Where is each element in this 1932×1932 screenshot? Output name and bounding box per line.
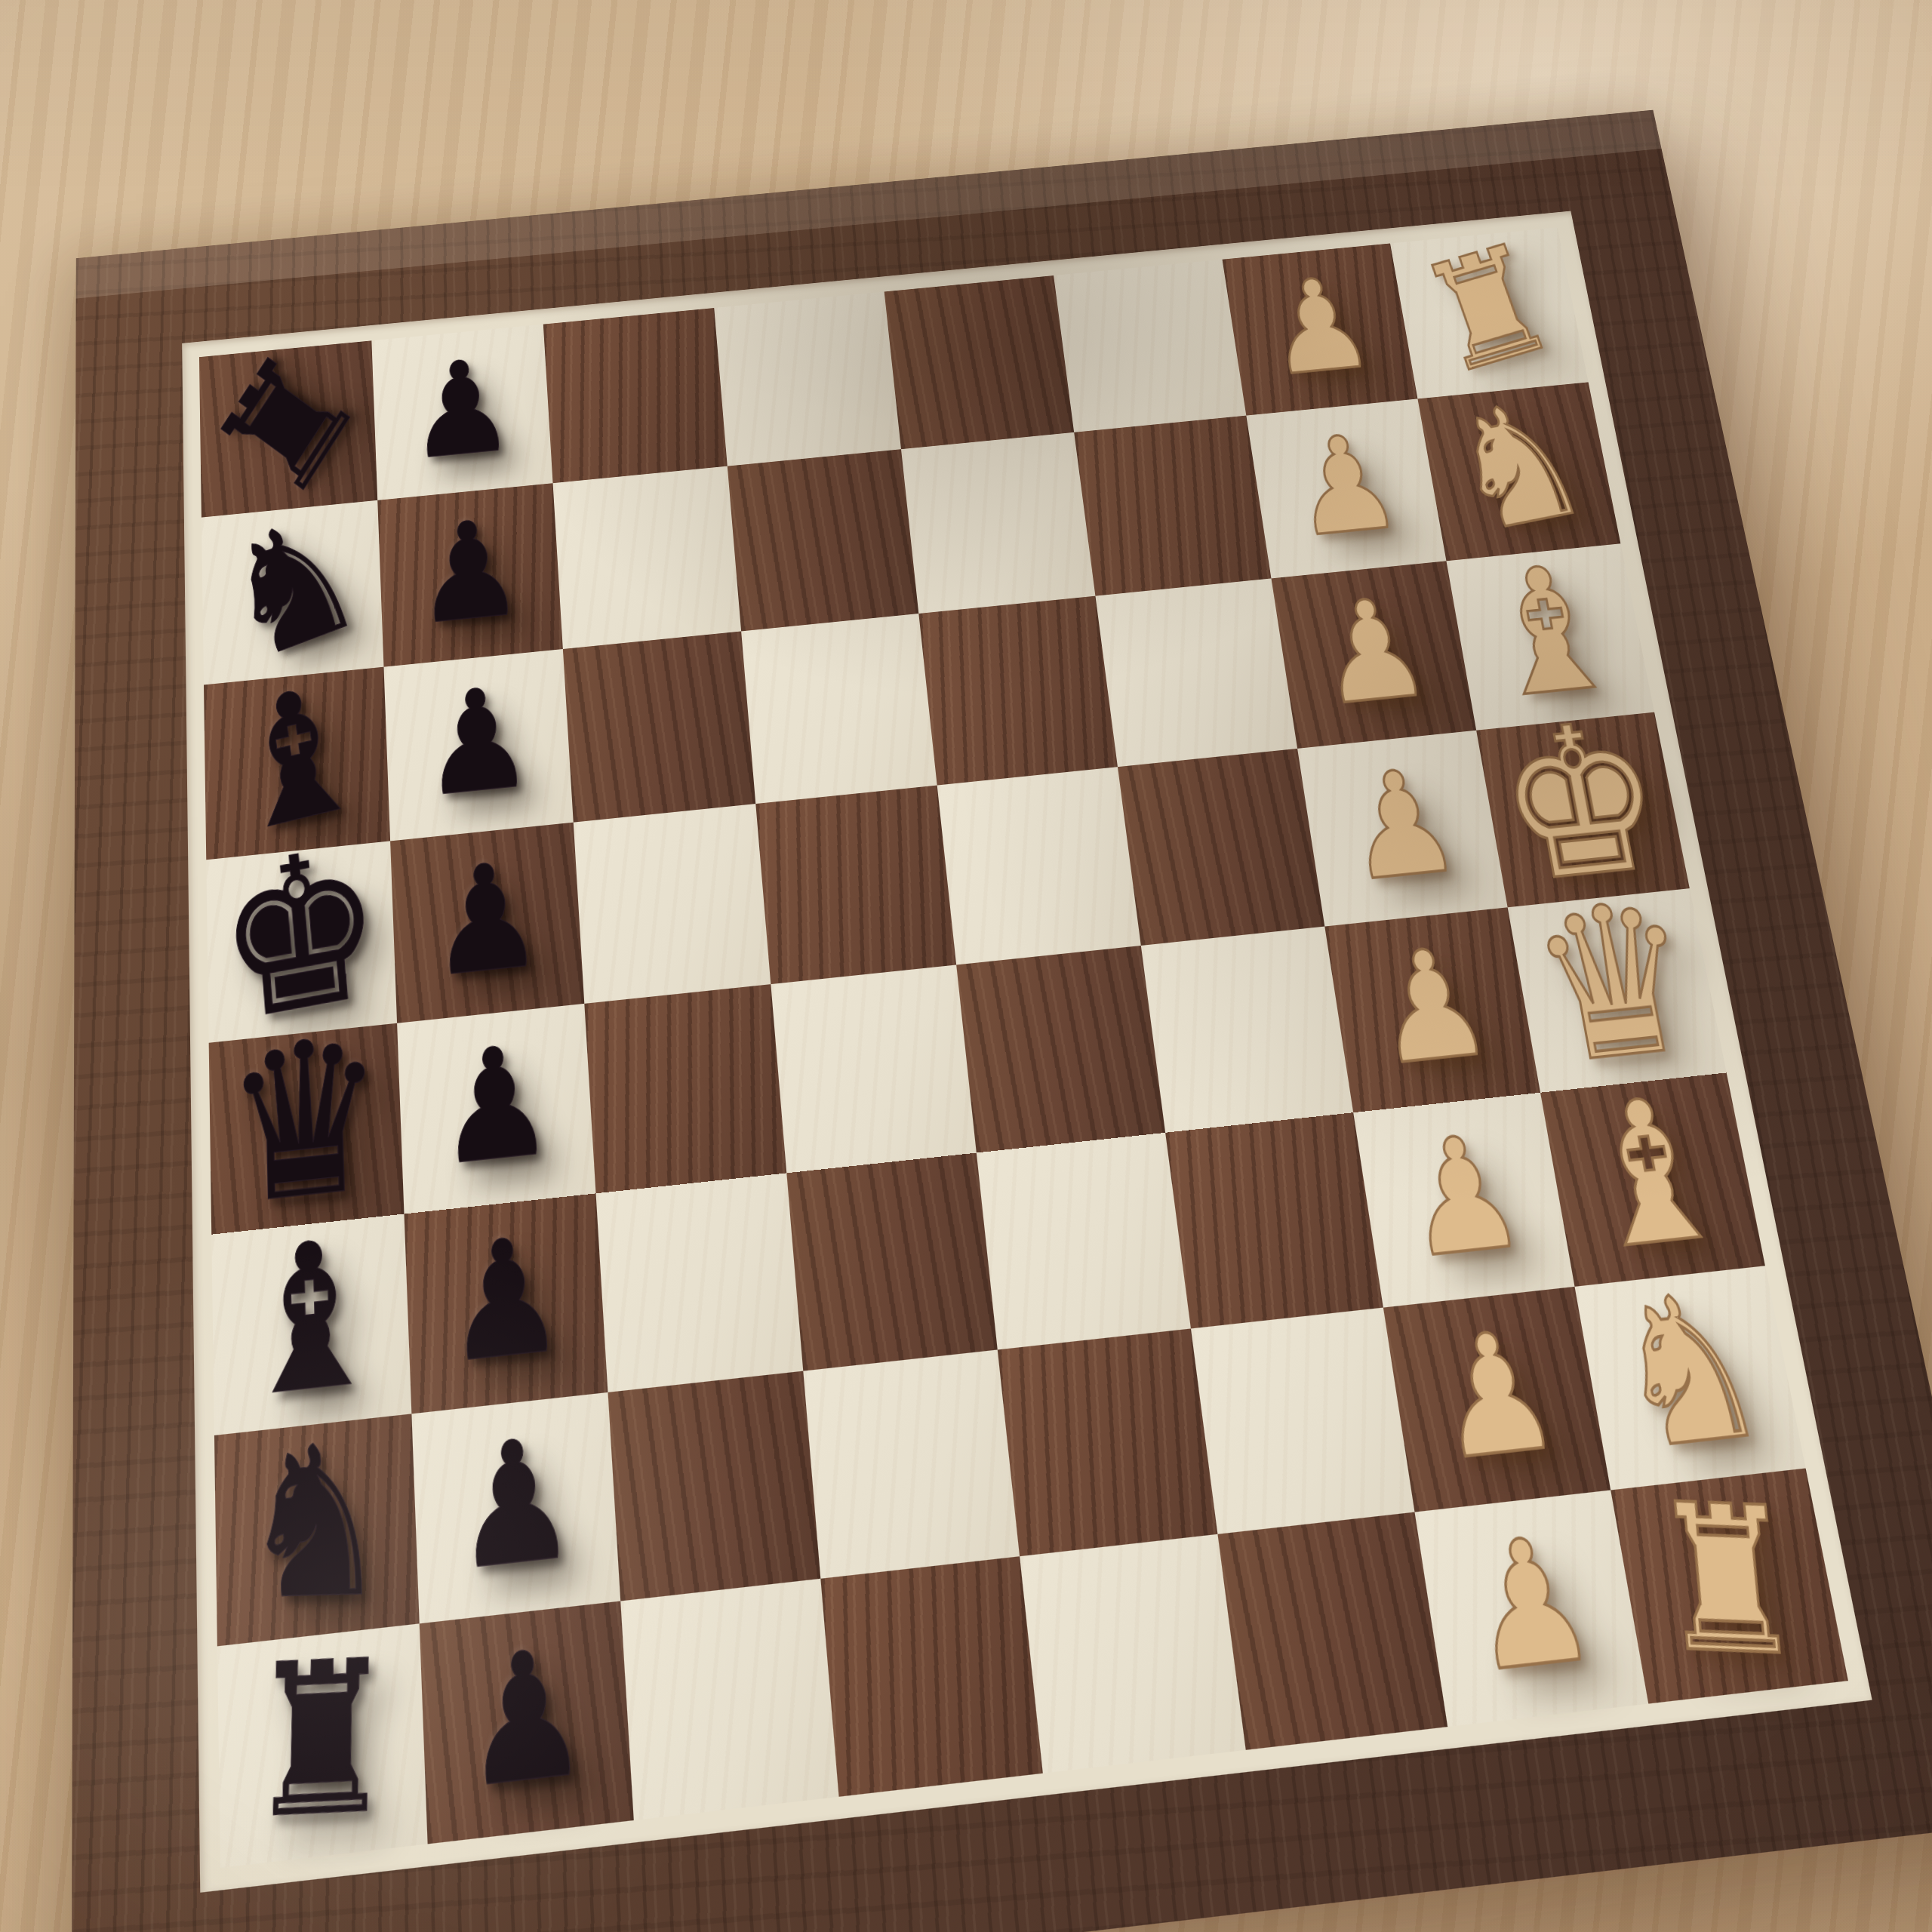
square-a1[interactable]: ♜ <box>217 1623 428 1868</box>
square-c5[interactable] <box>574 804 771 1004</box>
square-f8[interactable] <box>1054 260 1246 432</box>
square-d2[interactable] <box>803 1349 1020 1578</box>
square-h1[interactable]: ♜ <box>1611 1469 1848 1704</box>
black-bishop[interactable]: ♝ <box>234 1211 388 1428</box>
black-pawn[interactable]: ♟ <box>420 667 537 817</box>
square-g4[interactable]: ♟ <box>1324 907 1540 1112</box>
square-b1[interactable]: ♟ <box>420 1601 634 1844</box>
white-pawn[interactable]: ♟ <box>1456 1512 1605 1697</box>
square-b2[interactable]: ♟ <box>411 1392 620 1623</box>
square-f3[interactable] <box>1165 1112 1383 1328</box>
square-b5[interactable]: ♟ <box>390 823 584 1023</box>
square-d7[interactable] <box>728 449 919 631</box>
square-e8[interactable] <box>884 275 1075 449</box>
square-g2[interactable]: ♟ <box>1383 1287 1611 1512</box>
square-g8[interactable]: ♟ <box>1223 243 1418 415</box>
square-f2[interactable] <box>1191 1308 1415 1534</box>
white-knight[interactable]: ♞ <box>1598 1264 1780 1480</box>
white-rook[interactable]: ♜ <box>1646 1476 1810 1684</box>
square-c6[interactable] <box>563 631 755 822</box>
square-a2[interactable]: ♞ <box>214 1414 420 1646</box>
black-pawn[interactable]: ♟ <box>434 1023 557 1188</box>
square-d5[interactable] <box>755 786 956 985</box>
white-pawn[interactable]: ♟ <box>1257 260 1381 395</box>
square-c4[interactable] <box>584 984 786 1193</box>
square-f7[interactable] <box>1074 416 1271 596</box>
black-pawn[interactable]: ♟ <box>412 500 527 645</box>
square-f6[interactable] <box>1095 578 1297 767</box>
chess-board: ♜♟♟♜♞♟♟♞♝♟♟♝♚♟♟♚♛♟♟♛♝♟♟♝♞♟♟♞♜♟♟♜ <box>72 110 1932 1932</box>
square-c2[interactable] <box>608 1371 820 1601</box>
square-c1[interactable] <box>620 1579 838 1820</box>
black-pawn[interactable]: ♟ <box>426 841 546 998</box>
square-f5[interactable] <box>1118 749 1324 946</box>
square-d3[interactable] <box>786 1153 997 1371</box>
black-pawn[interactable]: ♟ <box>442 1214 568 1386</box>
square-c3[interactable] <box>596 1173 804 1392</box>
board-grid: ♜♟♟♜♞♟♟♞♝♟♟♝♚♟♟♚♛♟♟♛♝♟♟♝♞♟♟♞♜♟♟♜ <box>199 227 1848 1868</box>
square-g5[interactable]: ♟ <box>1297 731 1508 927</box>
square-b8[interactable]: ♟ <box>371 325 552 500</box>
square-e4[interactable] <box>956 946 1165 1153</box>
square-d6[interactable] <box>741 614 937 804</box>
black-pawn[interactable]: ♟ <box>406 340 518 478</box>
square-e7[interactable] <box>901 432 1095 614</box>
square-g3[interactable]: ♟ <box>1353 1093 1574 1308</box>
square-b3[interactable]: ♟ <box>405 1193 608 1414</box>
square-e1[interactable] <box>1020 1534 1246 1774</box>
square-c7[interactable] <box>553 466 742 649</box>
square-b4[interactable]: ♟ <box>397 1004 595 1214</box>
square-d4[interactable] <box>771 964 977 1173</box>
white-bishop[interactable]: ♝ <box>1561 1069 1742 1279</box>
black-pawn[interactable]: ♟ <box>451 1414 580 1595</box>
square-e2[interactable] <box>998 1328 1218 1556</box>
white-pawn[interactable]: ♟ <box>1363 926 1500 1087</box>
square-d1[interactable] <box>820 1556 1043 1797</box>
square-e6[interactable] <box>918 596 1118 786</box>
white-pawn[interactable]: ♟ <box>1308 578 1438 725</box>
black-pawn[interactable]: ♟ <box>460 1623 592 1814</box>
white-pawn[interactable]: ♟ <box>1334 749 1468 903</box>
square-h2[interactable]: ♞ <box>1575 1266 1806 1490</box>
square-e5[interactable] <box>937 767 1141 964</box>
square-h8[interactable]: ♜ <box>1390 227 1589 398</box>
square-c8[interactable] <box>543 308 728 483</box>
square-e3[interactable] <box>977 1133 1191 1350</box>
white-pawn[interactable]: ♟ <box>1282 415 1410 556</box>
square-d8[interactable] <box>714 291 901 466</box>
black-knight[interactable]: ♞ <box>237 1418 393 1629</box>
square-b6[interactable]: ♟ <box>383 649 573 841</box>
square-g1[interactable]: ♟ <box>1414 1490 1648 1727</box>
square-f1[interactable] <box>1217 1512 1447 1750</box>
square-f4[interactable] <box>1141 927 1353 1133</box>
square-g6[interactable]: ♟ <box>1271 561 1476 749</box>
white-pawn[interactable]: ♟ <box>1423 1307 1568 1484</box>
board-inlay-trim: ♜♟♟♜♞♟♟♞♝♟♟♝♚♟♟♚♛♟♟♛♝♟♟♝♞♟♟♞♜♟♟♜ <box>182 211 1872 1893</box>
white-pawn[interactable]: ♟ <box>1392 1112 1534 1281</box>
black-rook[interactable]: ♜ <box>245 1632 395 1848</box>
square-g7[interactable]: ♟ <box>1246 398 1446 578</box>
square-b7[interactable]: ♟ <box>377 483 563 666</box>
